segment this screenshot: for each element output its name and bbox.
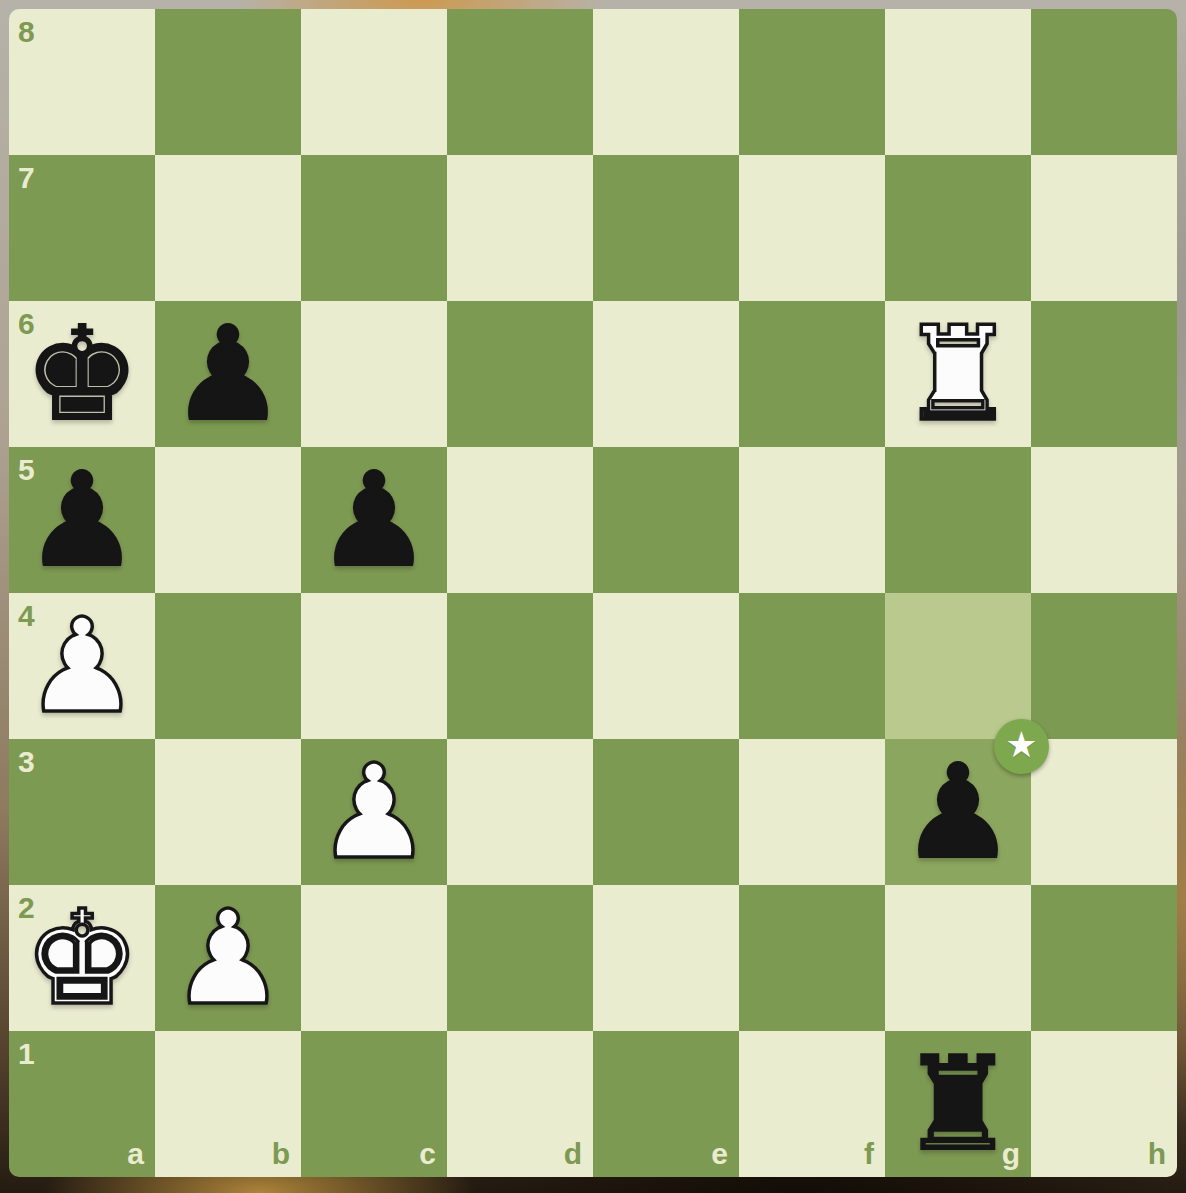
square-e6[interactable] (593, 301, 739, 447)
square-h8[interactable] (1031, 9, 1177, 155)
square-b6[interactable]: ♟ (155, 301, 301, 447)
square-f6[interactable] (739, 301, 885, 447)
square-d5[interactable] (447, 447, 593, 593)
square-b1[interactable]: b (155, 1031, 301, 1177)
piece-black-king-a6[interactable]: ♚ (24, 309, 141, 439)
square-c4[interactable] (301, 593, 447, 739)
square-a1[interactable]: 1a (9, 1031, 155, 1177)
square-a7[interactable]: 7 (9, 155, 155, 301)
piece-black-pawn-b6[interactable]: ♟ (170, 309, 287, 439)
square-h4[interactable] (1031, 593, 1177, 739)
square-g2[interactable] (885, 885, 1031, 1031)
square-g8[interactable] (885, 9, 1031, 155)
square-f8[interactable] (739, 9, 885, 155)
square-b7[interactable] (155, 155, 301, 301)
square-b5[interactable] (155, 447, 301, 593)
square-c2[interactable] (301, 885, 447, 1031)
file-label-b: b (272, 1139, 290, 1169)
square-g7[interactable] (885, 155, 1031, 301)
square-e5[interactable] (593, 447, 739, 593)
square-a5[interactable]: 5♟ (9, 447, 155, 593)
square-h3[interactable] (1031, 739, 1177, 885)
page-background: { "game": "chess", "position": { "fen": … (0, 0, 1186, 1193)
square-e8[interactable] (593, 9, 739, 155)
square-h1[interactable]: h (1031, 1031, 1177, 1177)
file-label-e: e (711, 1139, 728, 1169)
square-b3[interactable] (155, 739, 301, 885)
square-e3[interactable] (593, 739, 739, 885)
square-b8[interactable] (155, 9, 301, 155)
piece-white-rook-g6[interactable]: ♜ (900, 309, 1017, 439)
square-h6[interactable] (1031, 301, 1177, 447)
square-f5[interactable] (739, 447, 885, 593)
square-f2[interactable] (739, 885, 885, 1031)
file-label-h: h (1148, 1139, 1166, 1169)
piece-white-pawn-c3[interactable]: ♟ (316, 747, 433, 877)
square-a6[interactable]: 6♚ (9, 301, 155, 447)
square-d1[interactable]: d (447, 1031, 593, 1177)
square-a2[interactable]: 2♚ (9, 885, 155, 1031)
square-a3[interactable]: 3 (9, 739, 155, 885)
file-label-f: f (864, 1139, 874, 1169)
square-a4[interactable]: 4♟ (9, 593, 155, 739)
piece-black-pawn-g3[interactable]: ♟ (900, 747, 1017, 877)
piece-black-pawn-c5[interactable]: ♟ (316, 455, 433, 585)
piece-white-pawn-a4[interactable]: ♟ (24, 601, 141, 731)
piece-black-rook-g1[interactable]: ♜ (900, 1039, 1017, 1169)
square-g1[interactable]: g♜ (885, 1031, 1031, 1177)
file-label-d: d (564, 1139, 582, 1169)
square-h2[interactable] (1031, 885, 1177, 1031)
square-e7[interactable] (593, 155, 739, 301)
piece-white-king-a2[interactable]: ♚ (24, 893, 141, 1023)
rank-label-1: 1 (18, 1039, 35, 1069)
star-icon: ★ (1005, 727, 1037, 763)
square-e1[interactable]: e (593, 1031, 739, 1177)
square-e2[interactable] (593, 885, 739, 1031)
square-d3[interactable] (447, 739, 593, 885)
square-h5[interactable] (1031, 447, 1177, 593)
square-g6[interactable]: ♜ (885, 301, 1031, 447)
square-e4[interactable] (593, 593, 739, 739)
square-d2[interactable] (447, 885, 593, 1031)
square-f3[interactable] (739, 739, 885, 885)
square-g5[interactable] (885, 447, 1031, 593)
piece-black-pawn-a5[interactable]: ♟ (24, 455, 141, 585)
square-c3[interactable]: ♟ (301, 739, 447, 885)
square-c7[interactable] (301, 155, 447, 301)
square-b4[interactable] (155, 593, 301, 739)
piece-white-pawn-b2[interactable]: ♟ (170, 893, 287, 1023)
square-f4[interactable] (739, 593, 885, 739)
square-d4[interactable] (447, 593, 593, 739)
square-b2[interactable]: ♟ (155, 885, 301, 1031)
rank-label-7: 7 (18, 163, 35, 193)
square-d7[interactable] (447, 155, 593, 301)
file-label-a: a (127, 1139, 144, 1169)
square-h7[interactable] (1031, 155, 1177, 301)
square-g4[interactable] (885, 593, 1031, 739)
rank-label-8: 8 (18, 17, 35, 47)
best-move-star-badge: ★ (994, 719, 1049, 774)
square-c8[interactable] (301, 9, 447, 155)
rank-label-3: 3 (18, 747, 35, 777)
square-c5[interactable]: ♟ (301, 447, 447, 593)
square-a8[interactable]: 8 (9, 9, 155, 155)
square-f7[interactable] (739, 155, 885, 301)
square-c1[interactable]: c (301, 1031, 447, 1177)
square-f1[interactable]: f (739, 1031, 885, 1177)
square-c6[interactable] (301, 301, 447, 447)
square-d8[interactable] (447, 9, 593, 155)
file-label-c: c (419, 1139, 436, 1169)
square-d6[interactable] (447, 301, 593, 447)
chess-board: 876♚♟♜5♟♟4♟3♟♟2♚♟1abcdefg♜h★ (9, 9, 1177, 1177)
